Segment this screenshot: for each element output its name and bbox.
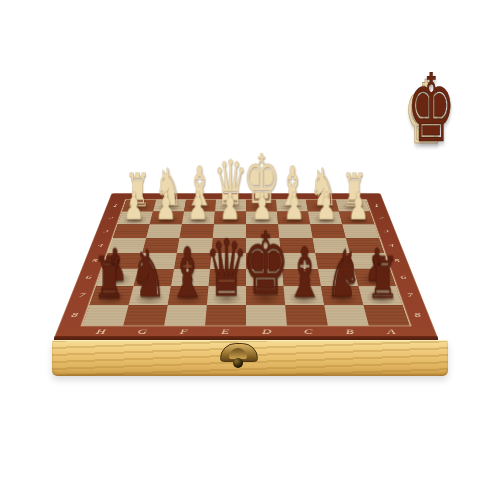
piece-dark-queen-e7: ♛: [205, 233, 248, 305]
square-b2: ♟: [308, 212, 342, 225]
piece-dark-bishop-c7: ♝: [285, 241, 323, 304]
square-d8: [246, 305, 287, 326]
board-squares: ♜♞♝♛♚♝♞♜♟♟♟♟♟♟♟♟♟♟♜♞♝♛♚♝♞♜: [82, 200, 409, 326]
piece-light-pawn-e2: ♟: [219, 189, 240, 224]
piece-light-pawn-a2: ♟: [348, 189, 369, 224]
square-c7: ♝: [283, 286, 324, 305]
square-b8: [324, 305, 368, 326]
piece-detail-inset: ♚♚: [391, 66, 467, 152]
piece-dark-bishop-f7: ♝: [168, 241, 206, 304]
piece-light-pawn-b2: ♟: [316, 189, 337, 224]
square-f7: ♝: [168, 286, 209, 305]
piece-light-pawn-h2: ♟: [123, 189, 144, 224]
square-d7: ♚: [246, 286, 285, 305]
piece-dark-rook-a7: ♜: [367, 251, 399, 304]
square-g2: ♟: [150, 212, 184, 225]
square-g7: ♞: [129, 286, 171, 305]
piece-dark-king-d7: ♚: [242, 226, 290, 305]
square-a7: ♜: [358, 286, 402, 305]
square-e8: [205, 305, 246, 326]
square-g8: [123, 305, 167, 326]
square-e7: ♛: [207, 286, 246, 305]
clasp-knob: [233, 358, 243, 368]
product-photo: 12345678 12345678 HGFEDCBA ♜♞♝♛♚♝♞♜♟♟♟♟♟…: [0, 0, 500, 500]
piece-light-pawn-f2: ♟: [187, 189, 208, 224]
piece-dark-knight-b7: ♞: [326, 245, 362, 305]
square-h2: ♟: [118, 212, 153, 225]
square-h8: [82, 305, 128, 326]
piece-dark-rook-h7: ♜: [93, 251, 125, 304]
square-a8: [363, 305, 409, 326]
inset-dark-king: ♚: [406, 67, 455, 152]
piece-light-pawn-g2: ♟: [155, 189, 176, 224]
piece-dark-knight-g7: ♞: [130, 245, 166, 305]
square-c8: [285, 305, 328, 326]
square-h7: ♜: [90, 286, 134, 305]
square-f8: [164, 305, 207, 326]
square-a2: ♟: [339, 212, 374, 225]
chess-board: 12345678 12345678 HGFEDCBA ♜♞♝♛♚♝♞♜♟♟♟♟♟…: [54, 193, 438, 338]
square-b7: ♞: [321, 286, 363, 305]
